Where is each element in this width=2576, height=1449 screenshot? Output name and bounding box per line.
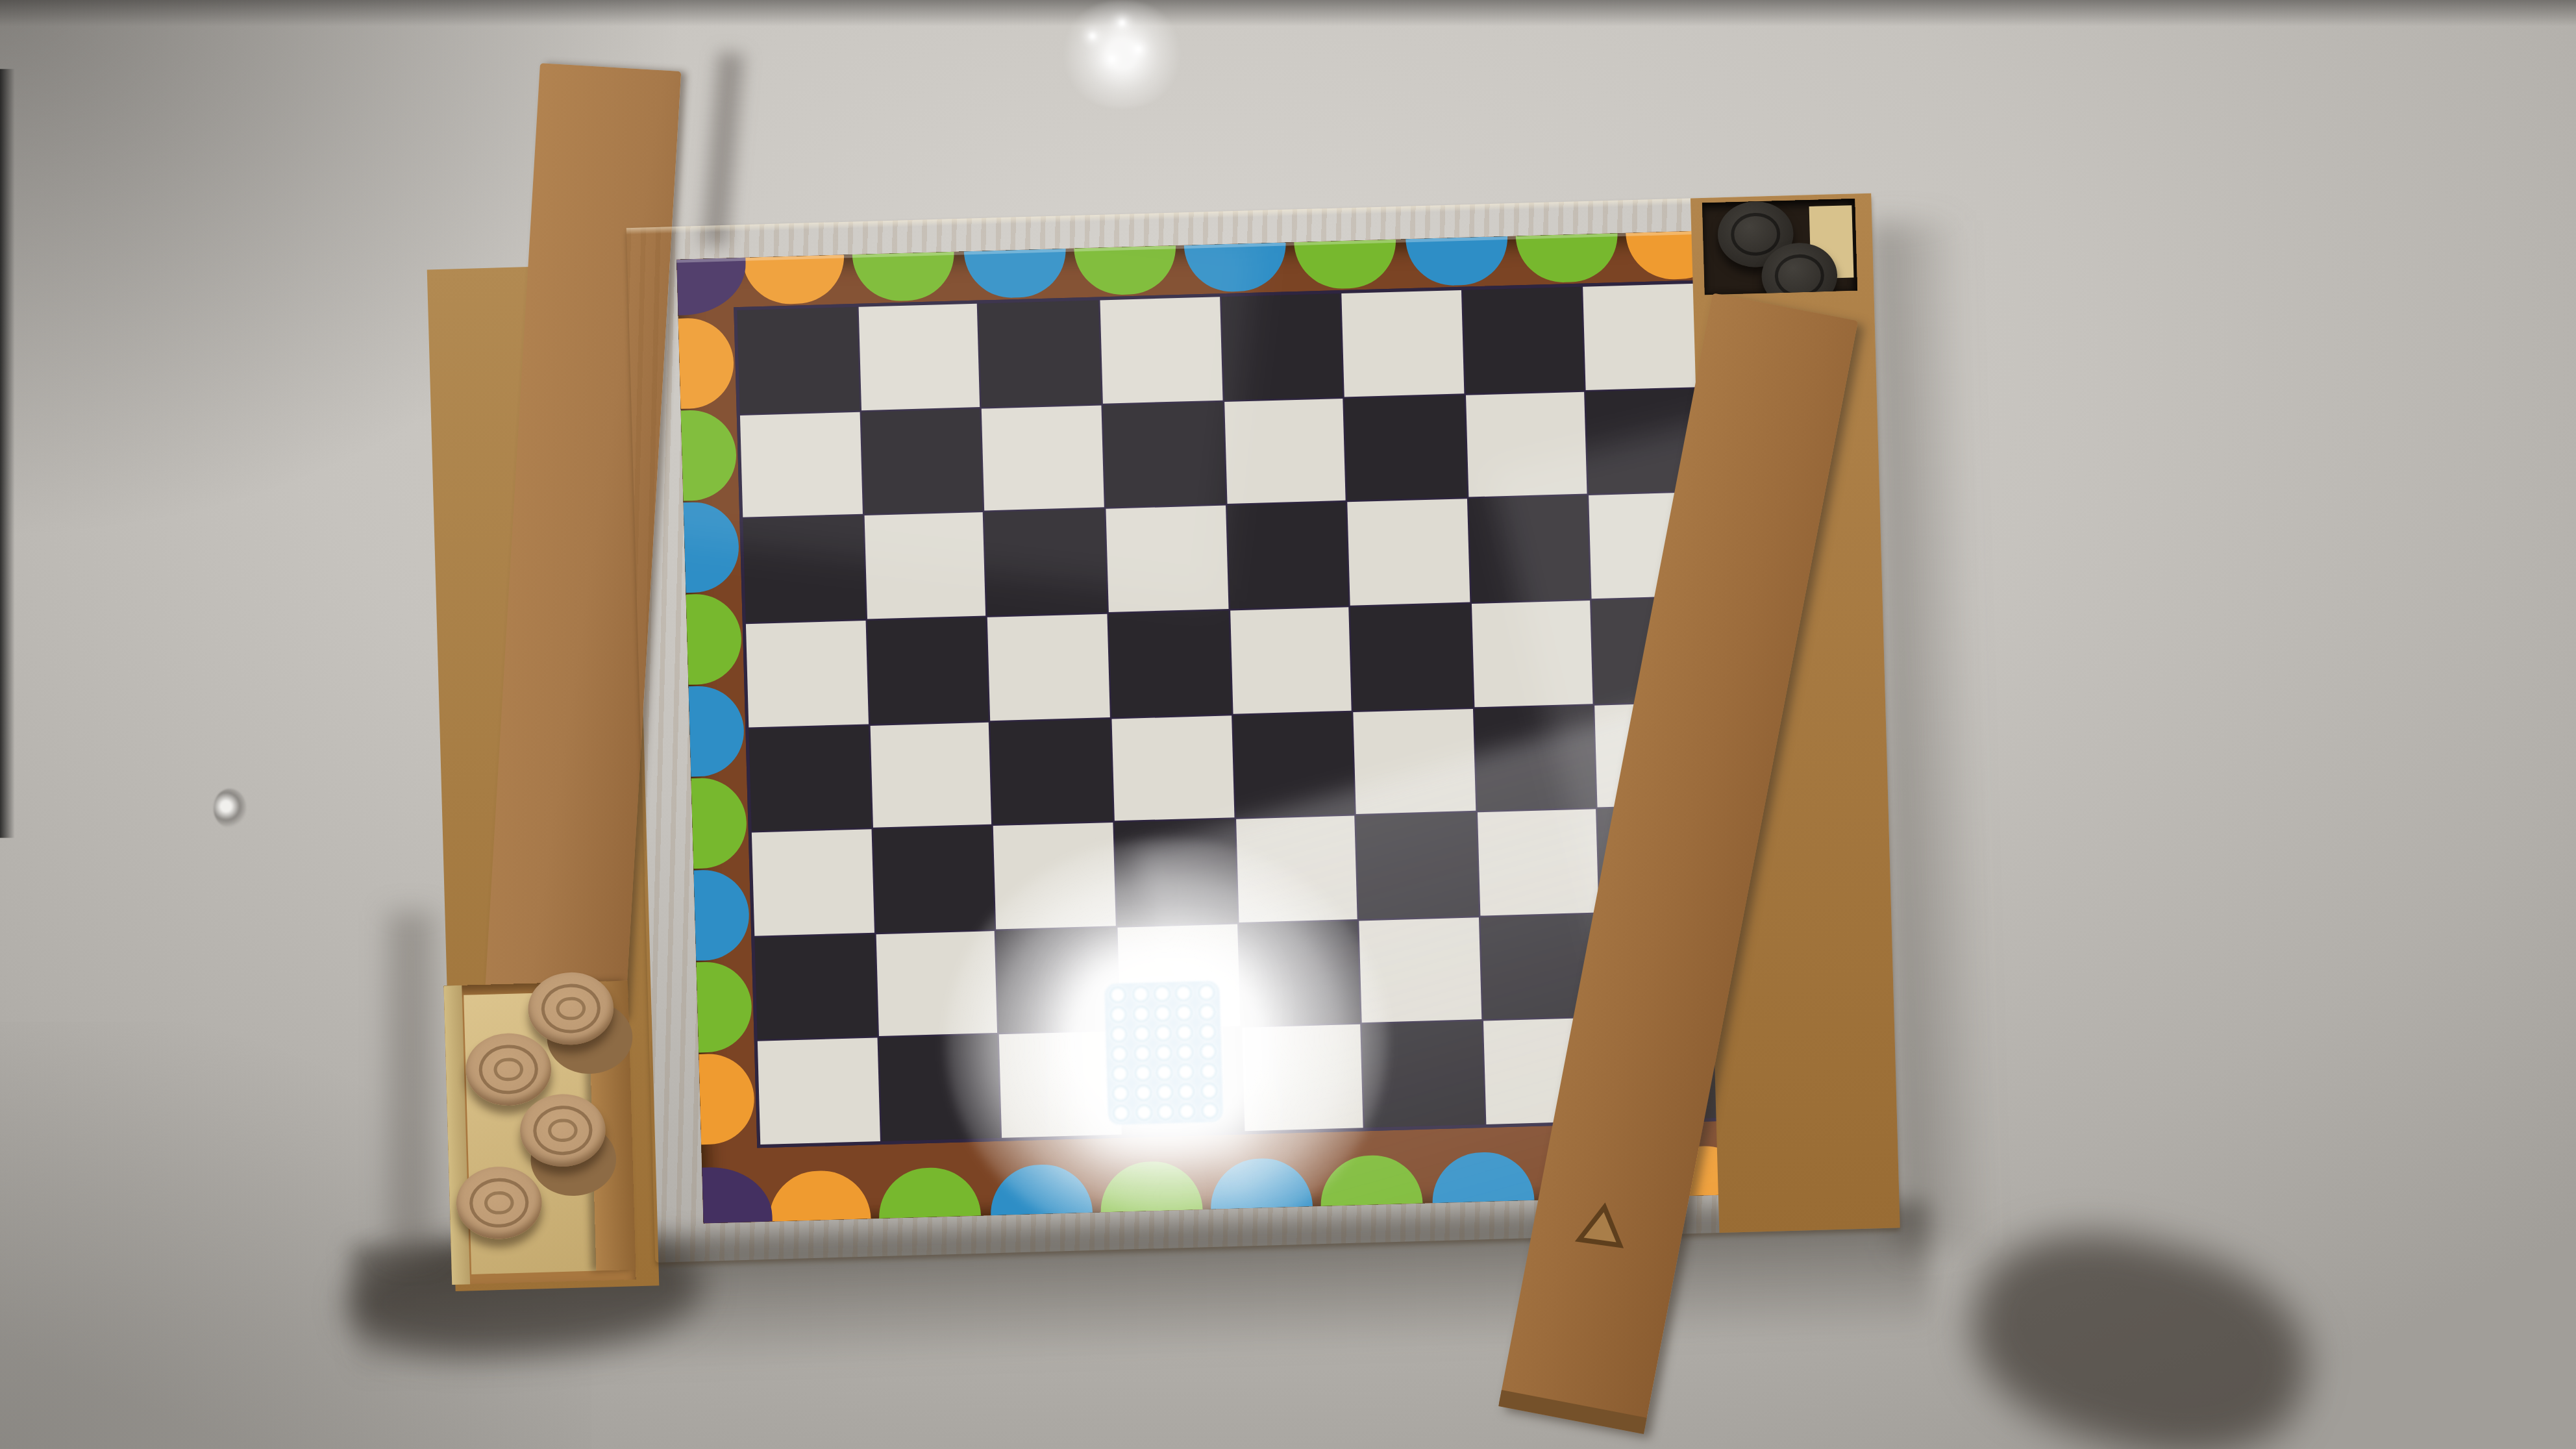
square-f7[interactable] xyxy=(1344,395,1467,501)
led-dot xyxy=(1110,1006,1127,1023)
led-dot xyxy=(1154,985,1170,1002)
led-dot xyxy=(1132,986,1148,1003)
orange-half-disc xyxy=(768,1169,871,1221)
led-dot xyxy=(1133,1045,1150,1062)
led-dot xyxy=(1198,1004,1215,1021)
green-half-disc xyxy=(691,777,747,869)
led-dot xyxy=(1135,1084,1152,1101)
green-half-disc xyxy=(686,593,742,684)
led-dot xyxy=(1176,985,1193,1002)
led-dot xyxy=(1156,1064,1172,1081)
square-f6[interactable] xyxy=(1348,499,1470,606)
led-dot xyxy=(1178,1063,1195,1080)
square-b4[interactable] xyxy=(870,722,992,828)
square-g8[interactable] xyxy=(1463,287,1585,393)
led-dot xyxy=(1154,1005,1171,1022)
square-b3[interactable] xyxy=(873,826,995,932)
green-half-disc xyxy=(878,1167,982,1219)
games-box xyxy=(396,173,1904,1298)
square-a3[interactable] xyxy=(752,830,874,936)
green-half-disc xyxy=(1515,233,1618,284)
led-dot xyxy=(1155,1024,1172,1041)
square-a4[interactable] xyxy=(749,725,871,832)
square-c5[interactable] xyxy=(987,613,1109,720)
led-dot xyxy=(1134,1065,1151,1082)
wall-nail-mark xyxy=(214,789,247,828)
scene-wall xyxy=(0,0,2576,1449)
led-dot xyxy=(1198,1023,1215,1040)
square-a2[interactable] xyxy=(754,934,876,1041)
blue-half-disc xyxy=(693,869,750,960)
square-b5[interactable] xyxy=(867,617,989,724)
led-dot xyxy=(1157,1104,1174,1121)
led-dot xyxy=(1113,1105,1130,1122)
purple-corner-bottom-left xyxy=(702,1166,773,1224)
led-dot xyxy=(1112,1065,1129,1082)
led-dot xyxy=(1133,1025,1150,1042)
square-d4[interactable] xyxy=(1111,715,1233,821)
led-dot xyxy=(1176,1004,1193,1021)
led-dot xyxy=(1200,1063,1217,1080)
right-slide-end-grain xyxy=(1498,1390,1646,1434)
led-dot xyxy=(1177,1044,1194,1061)
led-dot xyxy=(1111,1026,1128,1043)
led-dot xyxy=(1197,984,1214,1001)
wall-light-sparkle xyxy=(1059,0,1184,108)
left-piece-tray xyxy=(443,981,636,1285)
led-dot xyxy=(1111,1046,1128,1063)
square-a1[interactable] xyxy=(758,1039,880,1145)
square-h8[interactable] xyxy=(1583,284,1705,390)
square-e5[interactable] xyxy=(1230,607,1352,713)
led-dot xyxy=(1200,1083,1217,1100)
square-a5[interactable] xyxy=(746,621,868,727)
square-c4[interactable] xyxy=(991,718,1113,824)
led-dot xyxy=(1110,987,1127,1004)
blue-half-disc xyxy=(1405,236,1508,287)
orange-half-disc xyxy=(699,1053,755,1145)
square-d5[interactable] xyxy=(1109,610,1231,717)
square-f8[interactable] xyxy=(1342,290,1464,397)
led-dot xyxy=(1201,1102,1218,1119)
led-dot xyxy=(1156,1045,1172,1061)
led-dot xyxy=(1113,1085,1130,1102)
led-dot xyxy=(1156,1084,1173,1100)
led-dot xyxy=(1178,1083,1195,1100)
led-dot xyxy=(1132,1006,1149,1022)
square-f5[interactable] xyxy=(1350,604,1472,710)
square-e7[interactable] xyxy=(1224,398,1346,504)
triangle-stamp xyxy=(1575,1199,1629,1248)
green-half-disc xyxy=(1294,240,1398,290)
led-dot xyxy=(1176,1024,1193,1041)
green-half-disc xyxy=(696,961,752,1052)
led-flash-reflection xyxy=(1104,980,1223,1124)
glass-sheen-top-left xyxy=(676,229,1257,599)
right-slide-shadow xyxy=(1951,1204,2328,1449)
blue-half-disc xyxy=(688,685,745,776)
led-dot xyxy=(1199,1043,1216,1060)
wall-left-edge xyxy=(0,69,15,837)
square-e6[interactable] xyxy=(1226,502,1348,609)
top-right-compartment xyxy=(1702,199,1857,295)
led-dot xyxy=(1135,1104,1152,1121)
led-dot xyxy=(1179,1103,1196,1120)
